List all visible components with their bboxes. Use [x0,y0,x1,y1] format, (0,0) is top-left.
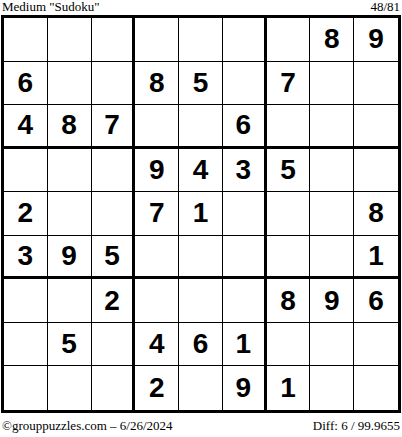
cell-r8c6-given[interactable]: 1 [223,323,267,367]
cell-r7c4-empty[interactable] [135,279,179,323]
cell-r9c3-empty[interactable] [92,366,136,410]
cell-r8c4-given[interactable]: 4 [135,323,179,367]
cell-r1c1-empty[interactable] [4,18,48,62]
cell-r1c8-given[interactable]: 8 [310,18,354,62]
cell-r2c8-empty[interactable] [310,62,354,106]
copyright-text: ©grouppuzzles.com – 6/26/2024 [2,419,173,433]
cell-r8c1-empty[interactable] [4,323,48,367]
cell-r9c4-given[interactable]: 2 [135,366,179,410]
cell-r4c9-empty[interactable] [354,149,398,193]
cell-r2c4-given[interactable]: 8 [135,62,179,106]
cell-r5c6-empty[interactable] [223,192,267,236]
cell-r1c5-empty[interactable] [179,18,223,62]
cell-r7c3-given[interactable]: 2 [92,279,136,323]
puzzle-title: Medium "Sudoku" [2,0,100,14]
cell-r3c8-empty[interactable] [310,105,354,149]
cell-r1c2-empty[interactable] [48,18,92,62]
cell-r7c5-empty[interactable] [179,279,223,323]
cell-r5c1-given[interactable]: 2 [4,192,48,236]
cell-r7c6-empty[interactable] [223,279,267,323]
cell-r5c9-given[interactable]: 8 [354,192,398,236]
cell-r3c3-given[interactable]: 7 [92,105,136,149]
cell-r1c9-given[interactable]: 9 [354,18,398,62]
cell-r9c2-empty[interactable] [48,366,92,410]
cell-r5c4-given[interactable]: 7 [135,192,179,236]
difficulty-text: Diff: 6 / 99.9655 [313,419,400,433]
cell-r6c9-given[interactable]: 1 [354,236,398,280]
cell-r6c7-empty[interactable] [267,236,311,280]
cell-r3c7-empty[interactable] [267,105,311,149]
cell-r4c5-given[interactable]: 4 [179,149,223,193]
cell-r3c1-given[interactable]: 4 [4,105,48,149]
cell-r6c4-empty[interactable] [135,236,179,280]
cell-r9c5-empty[interactable] [179,366,223,410]
cell-r4c1-empty[interactable] [4,149,48,193]
cell-r6c5-empty[interactable] [179,236,223,280]
cell-r3c4-empty[interactable] [135,105,179,149]
cell-r6c3-given[interactable]: 5 [92,236,136,280]
cell-r3c2-given[interactable]: 8 [48,105,92,149]
footer: ©grouppuzzles.com – 6/26/2024 Diff: 6 / … [0,415,402,437]
cell-r3c5-empty[interactable] [179,105,223,149]
cell-r2c2-empty[interactable] [48,62,92,106]
cell-r7c8-given[interactable]: 9 [310,279,354,323]
cell-r7c2-empty[interactable] [48,279,92,323]
cell-r2c9-empty[interactable] [354,62,398,106]
cell-r4c4-given[interactable]: 9 [135,149,179,193]
cell-r9c6-given[interactable]: 9 [223,366,267,410]
cell-r4c7-given[interactable]: 5 [267,149,311,193]
cell-r4c3-empty[interactable] [92,149,136,193]
cell-r2c7-given[interactable]: 7 [267,62,311,106]
cell-r2c5-given[interactable]: 5 [179,62,223,106]
cell-r7c9-given[interactable]: 6 [354,279,398,323]
cell-r2c1-given[interactable]: 6 [4,62,48,106]
cell-r1c7-empty[interactable] [267,18,311,62]
cell-r6c8-empty[interactable] [310,236,354,280]
cell-r5c5-given[interactable]: 1 [179,192,223,236]
cell-r4c2-empty[interactable] [48,149,92,193]
cell-r5c3-empty[interactable] [92,192,136,236]
cell-r3c6-given[interactable]: 6 [223,105,267,149]
header: Medium "Sudoku" 48/81 [0,0,402,15]
cell-r4c8-empty[interactable] [310,149,354,193]
cell-r6c2-given[interactable]: 9 [48,236,92,280]
cell-r8c8-empty[interactable] [310,323,354,367]
cell-r5c7-empty[interactable] [267,192,311,236]
cell-r2c6-empty[interactable] [223,62,267,106]
cell-r4c6-given[interactable]: 3 [223,149,267,193]
cell-r6c6-empty[interactable] [223,236,267,280]
cell-r8c3-empty[interactable] [92,323,136,367]
cell-r8c2-given[interactable]: 5 [48,323,92,367]
cell-r7c1-empty[interactable] [4,279,48,323]
cell-r8c7-empty[interactable] [267,323,311,367]
cell-r6c1-given[interactable]: 3 [4,236,48,280]
cell-r5c2-empty[interactable] [48,192,92,236]
cell-r5c8-empty[interactable] [310,192,354,236]
sudoku-page: Medium "Sudoku" 48/81 896857487694352718… [0,0,402,437]
cell-r9c8-empty[interactable] [310,366,354,410]
sudoku-board: 896857487694352718395128965461291 [1,15,401,413]
cell-r1c4-empty[interactable] [135,18,179,62]
cell-r8c5-given[interactable]: 6 [179,323,223,367]
cell-r8c9-empty[interactable] [354,323,398,367]
cell-r9c1-empty[interactable] [4,366,48,410]
cell-r7c7-given[interactable]: 8 [267,279,311,323]
cell-r9c7-given[interactable]: 1 [267,366,311,410]
empty-cell-counter: 48/81 [370,0,400,14]
cell-r9c9-empty[interactable] [354,366,398,410]
cell-r1c6-empty[interactable] [223,18,267,62]
cell-r1c3-empty[interactable] [92,18,136,62]
cell-r3c9-empty[interactable] [354,105,398,149]
cell-r2c3-empty[interactable] [92,62,136,106]
